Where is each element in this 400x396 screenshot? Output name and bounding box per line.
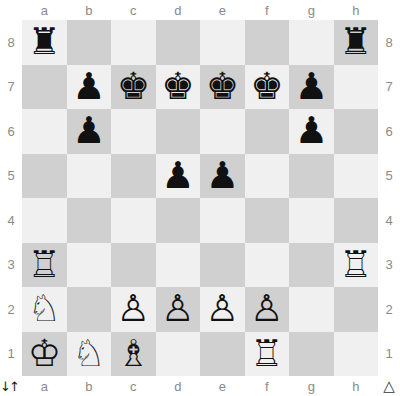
file-label-g: g: [289, 4, 334, 17]
square-d8[interactable]: [156, 20, 201, 65]
square-h5[interactable]: [334, 154, 379, 199]
rank-label-2: 2: [7, 303, 14, 316]
file-label-c: c: [111, 380, 156, 393]
piece-black-pawn: ♟: [72, 65, 105, 109]
file-label-a: a: [22, 4, 67, 17]
piece-black-pawn: ♟: [295, 65, 328, 109]
square-g4[interactable]: [289, 198, 334, 243]
square-e4[interactable]: [200, 198, 245, 243]
piece-black-pawn: ♟: [295, 109, 328, 153]
piece-white-pawn: ♙: [250, 287, 283, 331]
rank-label-8: 8: [385, 36, 392, 49]
piece-white-bishop: ♗: [117, 332, 150, 376]
square-e2[interactable]: ♙: [200, 287, 245, 332]
file-labels-top: abcdefgh: [22, 0, 378, 20]
rank-label-3: 3: [385, 258, 392, 271]
chess-board: ♜♜♟♚♚♚♚♟♟♟♟♟♖♖♘♙♙♙♙♔♘♗♖: [22, 20, 378, 376]
piece-white-knight: ♘: [72, 332, 105, 376]
square-b4[interactable]: [67, 198, 112, 243]
square-e3[interactable]: [200, 243, 245, 288]
square-c7[interactable]: ♚: [111, 65, 156, 110]
piece-black-pawn: ♟: [72, 109, 105, 153]
corner-top-right: [378, 0, 400, 20]
square-g1[interactable]: [289, 332, 334, 377]
square-h1[interactable]: [334, 332, 379, 377]
square-c4[interactable]: [111, 198, 156, 243]
square-h4[interactable]: [334, 198, 379, 243]
corner-bottom-left: ↓↑: [0, 376, 22, 396]
piece-white-rook: ♖: [339, 243, 372, 287]
piece-white-pawn: ♙: [161, 287, 194, 331]
piece-black-pawn: ♟: [161, 154, 194, 198]
square-e5[interactable]: ♟: [200, 154, 245, 199]
square-c1[interactable]: ♗: [111, 332, 156, 377]
file-labels-bottom: abcdefgh: [22, 376, 378, 396]
square-g7[interactable]: ♟: [289, 65, 334, 110]
rank-label-6: 6: [7, 125, 14, 138]
square-d6[interactable]: [156, 109, 201, 154]
piece-white-rook: ♖: [28, 243, 61, 287]
square-b6[interactable]: ♟: [67, 109, 112, 154]
square-b8[interactable]: [67, 20, 112, 65]
square-f5[interactable]: [245, 154, 290, 199]
square-d2[interactable]: ♙: [156, 287, 201, 332]
square-f4[interactable]: [245, 198, 290, 243]
rank-label-7: 7: [7, 80, 14, 93]
file-label-h: h: [334, 380, 379, 393]
file-label-b: b: [67, 4, 112, 17]
square-a8[interactable]: ♜: [22, 20, 67, 65]
rank-label-3: 3: [7, 258, 14, 271]
file-label-h: h: [334, 4, 379, 17]
square-d5[interactable]: ♟: [156, 154, 201, 199]
rank-label-8: 8: [7, 36, 14, 49]
corner-bottom-right: △: [378, 376, 400, 396]
square-b1[interactable]: ♘: [67, 332, 112, 377]
piece-white-rook: ♖: [250, 332, 283, 376]
piece-black-pawn: ♟: [206, 154, 239, 198]
square-g8[interactable]: [289, 20, 334, 65]
file-label-d: d: [156, 4, 201, 17]
file-label-a: a: [22, 380, 67, 393]
square-f7[interactable]: ♚: [245, 65, 290, 110]
rank-label-1: 1: [7, 347, 14, 360]
piece-black-rook: ♜: [28, 20, 61, 64]
rank-label-4: 4: [385, 214, 392, 227]
square-b5[interactable]: [67, 154, 112, 199]
rank-label-4: 4: [7, 214, 14, 227]
white-to-move-icon: △: [383, 379, 395, 394]
file-label-e: e: [200, 380, 245, 393]
square-c3[interactable]: [111, 243, 156, 288]
piece-white-pawn: ♙: [117, 287, 150, 331]
file-label-c: c: [111, 4, 156, 17]
square-e6[interactable]: [200, 109, 245, 154]
square-c6[interactable]: [111, 109, 156, 154]
square-h7[interactable]: [334, 65, 379, 110]
rank-labels-left: 87654321: [0, 20, 22, 376]
rank-label-6: 6: [385, 125, 392, 138]
square-a6[interactable]: [22, 109, 67, 154]
square-e8[interactable]: [200, 20, 245, 65]
rank-label-2: 2: [385, 303, 392, 316]
square-a7[interactable]: [22, 65, 67, 110]
square-g6[interactable]: ♟: [289, 109, 334, 154]
square-b2[interactable]: [67, 287, 112, 332]
file-label-g: g: [289, 380, 334, 393]
square-a3[interactable]: ♖: [22, 243, 67, 288]
square-d1[interactable]: [156, 332, 201, 377]
square-a2[interactable]: ♘: [22, 287, 67, 332]
square-f1[interactable]: ♖: [245, 332, 290, 377]
piece-black-king: ♚: [206, 65, 239, 109]
chess-board-widget: abcdefgh 87654321 ♜♜♟♚♚♚♚♟♟♟♟♟♖♖♘♙♙♙♙♔♘♗…: [0, 0, 400, 396]
square-f3[interactable]: [245, 243, 290, 288]
square-a5[interactable]: [22, 154, 67, 199]
square-b7[interactable]: ♟: [67, 65, 112, 110]
square-a4[interactable]: [22, 198, 67, 243]
square-h3[interactable]: ♖: [334, 243, 379, 288]
piece-white-knight: ♘: [28, 287, 61, 331]
square-h8[interactable]: ♜: [334, 20, 379, 65]
piece-black-king: ♚: [161, 65, 194, 109]
square-f2[interactable]: ♙: [245, 287, 290, 332]
square-c5[interactable]: [111, 154, 156, 199]
file-label-f: f: [245, 4, 290, 17]
square-g2[interactable]: [289, 287, 334, 332]
square-h6[interactable]: [334, 109, 379, 154]
rank-label-5: 5: [385, 169, 392, 182]
square-h2[interactable]: [334, 287, 379, 332]
square-d7[interactable]: ♚: [156, 65, 201, 110]
file-label-d: d: [156, 380, 201, 393]
rank-label-7: 7: [385, 80, 392, 93]
square-e7[interactable]: ♚: [200, 65, 245, 110]
piece-black-rook: ♜: [339, 20, 372, 64]
corner-top-left: [0, 0, 22, 20]
square-e1[interactable]: [200, 332, 245, 377]
square-f8[interactable]: [245, 20, 290, 65]
file-label-b: b: [67, 380, 112, 393]
square-f6[interactable]: [245, 109, 290, 154]
file-label-e: e: [200, 4, 245, 17]
piece-black-king: ♚: [117, 65, 150, 109]
square-g3[interactable]: [289, 243, 334, 288]
rank-label-1: 1: [385, 347, 392, 360]
piece-white-pawn: ♙: [206, 287, 239, 331]
square-d3[interactable]: [156, 243, 201, 288]
square-a1[interactable]: ♔: [22, 332, 67, 377]
square-c8[interactable]: [111, 20, 156, 65]
square-b3[interactable]: [67, 243, 112, 288]
square-d4[interactable]: [156, 198, 201, 243]
square-c2[interactable]: ♙: [111, 287, 156, 332]
file-label-f: f: [245, 380, 290, 393]
square-g5[interactable]: [289, 154, 334, 199]
rank-label-5: 5: [7, 169, 14, 182]
piece-white-king: ♔: [28, 332, 61, 376]
rank-labels-right: 87654321: [378, 20, 400, 376]
flip-board-icon[interactable]: ↓↑: [0, 380, 22, 393]
piece-black-king: ♚: [250, 65, 283, 109]
